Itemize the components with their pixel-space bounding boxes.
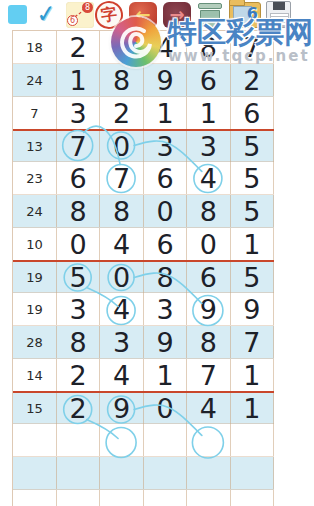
digit-cell[interactable]: 4	[100, 359, 143, 391]
digit-cell[interactable]: 7	[231, 326, 274, 358]
digit-cell[interactable]: 5	[231, 162, 274, 194]
digit-cell[interactable]: 9	[100, 393, 143, 424]
digit-cell[interactable]: 4	[100, 228, 143, 260]
digit-cell[interactable]	[57, 457, 100, 489]
digit-cell[interactable]: 7	[187, 359, 230, 391]
grid-row	[13, 457, 274, 490]
digit-cell[interactable]: 8	[187, 195, 230, 227]
digit-cell[interactable]	[144, 424, 187, 456]
digit-cell[interactable]: 5	[57, 262, 100, 293]
digit-cell[interactable]	[57, 490, 100, 506]
digit-cell[interactable]: 0	[100, 131, 143, 162]
row-label: 18	[13, 31, 57, 63]
digit-cell[interactable]: 1	[231, 228, 274, 260]
grid-row: 2367645	[13, 162, 274, 195]
digit-cell[interactable]	[144, 457, 187, 489]
digit-cell[interactable]: 9	[144, 326, 187, 358]
grid-row: 2418962	[13, 64, 274, 97]
grid-row	[13, 490, 274, 506]
digit-cell[interactable]: 8	[187, 31, 230, 63]
digit-cell[interactable]: 0	[187, 228, 230, 260]
digit-cell[interactable]: 1	[187, 97, 230, 129]
digit-cell[interactable]: 6	[187, 262, 230, 293]
draw-check-icon[interactable]: ✓	[35, 0, 58, 29]
row-label	[13, 490, 57, 506]
digit-cell[interactable]: 3	[57, 97, 100, 129]
trash-lid	[198, 3, 222, 9]
digit-cell[interactable]	[100, 457, 143, 489]
grid-row: 2883987	[13, 326, 274, 359]
digit-cell[interactable]: 9	[231, 293, 274, 325]
folder-badge: 6	[247, 4, 258, 23]
digit-cell[interactable]	[57, 424, 100, 456]
digit-cell[interactable]: 1	[57, 64, 100, 96]
digit-cell[interactable]: 2	[100, 97, 143, 129]
digit-cell[interactable]	[144, 490, 187, 506]
digit-cell[interactable]: 4	[187, 162, 230, 194]
digit-cell[interactable]: 8	[187, 326, 230, 358]
grid-row: 1424171	[13, 359, 274, 392]
trend-route-icon[interactable]: 8 6	[66, 2, 94, 28]
digit-cell[interactable]: 6	[231, 97, 274, 129]
grid-row: 1934399	[13, 293, 274, 326]
row-label	[13, 424, 57, 456]
digit-cell[interactable]: 2	[57, 31, 100, 63]
digit-cell[interactable]: 6	[57, 162, 100, 194]
digit-cell[interactable]	[100, 424, 143, 456]
grid-row: 1950865	[13, 260, 274, 293]
digit-cell[interactable]: 1	[144, 359, 187, 391]
color-swatch-icon[interactable]	[8, 5, 27, 24]
row-label: 23	[13, 162, 57, 194]
digit-cell[interactable]: 8	[100, 64, 143, 96]
disk-shutter	[273, 2, 285, 10]
row-label: 28	[13, 326, 57, 358]
digit-cell[interactable]: 4	[187, 393, 230, 424]
digit-cell[interactable]: 2	[57, 393, 100, 424]
digit-cell[interactable]	[231, 490, 274, 506]
grid-row: 1529041	[13, 391, 274, 424]
disk-label-lines	[270, 13, 289, 27]
save-disk-icon[interactable]	[266, 1, 291, 28]
grid-row: 2488085	[13, 195, 274, 228]
digit-cell[interactable]: 0	[100, 262, 143, 293]
digit-cell[interactable]: 0	[57, 228, 100, 260]
row-label: 14	[13, 359, 57, 391]
row-label: 24	[13, 64, 57, 96]
digit-cell[interactable]: 6	[144, 162, 187, 194]
digit-cell[interactable]: 7	[100, 162, 143, 194]
digit-cell[interactable]: 0	[144, 195, 187, 227]
site-logo-swirl-icon	[111, 17, 161, 67]
trash-icon[interactable]	[197, 2, 223, 28]
digit-cell[interactable]: 8	[57, 326, 100, 358]
digit-cell[interactable]: 1	[231, 359, 274, 391]
row-label	[13, 457, 57, 489]
digit-cell[interactable]: 3	[100, 326, 143, 358]
digit-cell[interactable]	[187, 424, 230, 456]
digit-cell[interactable]: 8	[100, 195, 143, 227]
route-bottom-badge: 6	[67, 15, 78, 26]
digit-cell[interactable]	[231, 424, 274, 456]
digit-cell[interactable]: 5	[231, 195, 274, 227]
digit-cell[interactable]: 1	[144, 97, 187, 129]
row-label: 19	[13, 293, 57, 325]
row-label: 13	[13, 131, 57, 162]
digit-cell[interactable]: 8	[57, 195, 100, 227]
digit-cell[interactable]: 3	[187, 131, 230, 162]
digit-cell[interactable]	[187, 490, 230, 506]
digit-cell[interactable]	[231, 457, 274, 489]
row-label: 15	[13, 393, 57, 424]
row-label: 24	[13, 195, 57, 227]
digit-cell[interactable]: 5	[231, 131, 274, 162]
digit-cell[interactable]: 5	[231, 262, 274, 293]
number-grid: 1824487241896273211613703352367645248808…	[12, 30, 274, 506]
digit-cell[interactable]	[187, 457, 230, 489]
digit-cell[interactable]: 9	[187, 293, 230, 325]
row-label: 7	[13, 97, 57, 129]
folder-icon[interactable]: 6	[229, 2, 261, 28]
grid-row: 1004601	[13, 228, 274, 261]
digit-cell[interactable]: 2	[57, 359, 100, 391]
digit-cell[interactable]: 4	[100, 293, 143, 325]
row-label: 19	[13, 262, 57, 293]
grid-row: 1370335	[13, 129, 274, 162]
digit-cell[interactable]	[100, 490, 143, 506]
digit-cell[interactable]: 6	[187, 64, 230, 96]
digit-cell[interactable]: 7	[57, 131, 100, 162]
trash-body	[200, 10, 220, 27]
grid-row	[13, 424, 274, 457]
digit-cell[interactable]: 9	[144, 64, 187, 96]
digit-cell[interactable]: 1	[231, 393, 274, 424]
digit-cell[interactable]: 2	[231, 64, 274, 96]
row-label: 10	[13, 228, 57, 260]
digit-cell[interactable]: 8	[144, 262, 187, 293]
digit-cell[interactable]: 0	[144, 393, 187, 424]
digit-cell[interactable]: 3	[144, 131, 187, 162]
route-top-badge: 8	[82, 2, 93, 13]
redo-forward-icon[interactable]: →	[163, 2, 191, 28]
digit-cell[interactable]: 6	[144, 228, 187, 260]
digit-cell[interactable]: 3	[144, 293, 187, 325]
grid-row: 732116	[13, 97, 274, 130]
digit-cell[interactable]: 3	[57, 293, 100, 325]
digit-cell[interactable]: 7	[231, 31, 274, 63]
